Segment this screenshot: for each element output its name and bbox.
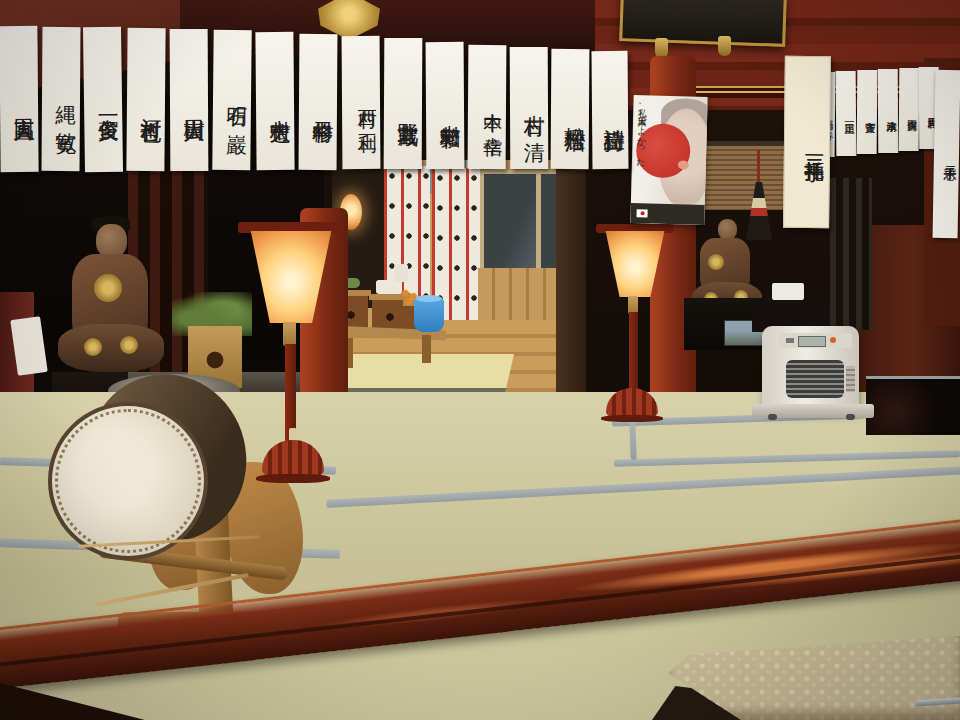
- heater-grille: [786, 360, 844, 398]
- donor-banner: 清水政幸: [878, 69, 899, 153]
- heater-side-vent: [846, 366, 855, 392]
- poster: 私、日本人でよかった。: [630, 95, 707, 225]
- donor-banner: 高田直人: [0, 26, 39, 172]
- donor-banner: 中村修二: [299, 34, 338, 170]
- window: [480, 170, 540, 274]
- shrine-plaque: [619, 0, 787, 47]
- offering-orange: [402, 290, 409, 297]
- poster-text: 私、日本人でよかった。: [633, 101, 649, 201]
- donor-banner: 吉田樹人: [170, 29, 209, 171]
- lantern-base-plate-left: [256, 474, 330, 483]
- plaque-gold-hook-icon: [655, 38, 668, 58]
- donor-banner: 縄 寛敏: [41, 27, 80, 171]
- donor-banner: 河村哲也: [126, 28, 165, 171]
- kerosene-fan-heater: [762, 326, 859, 412]
- donor-banner: 多賀守夫: [857, 70, 878, 154]
- donor-banner: 中村繁和: [426, 42, 465, 169]
- donor-banner: 中本 幸信: [468, 45, 507, 169]
- lantern-pole-right: [629, 312, 638, 394]
- dark-glass-window: [866, 376, 960, 435]
- donor-banner: 松村理治: [551, 49, 590, 169]
- dark-lattice-screen: [830, 178, 872, 330]
- donor-banner: 中村大造: [255, 32, 294, 170]
- donor-banner: 古村 清: [510, 47, 549, 169]
- bench-leg: [422, 335, 431, 363]
- lantern-neck-left: [283, 322, 296, 346]
- japan-flag-icon: [636, 209, 647, 217]
- shrine-hall-photo: 私、日本人でよかった。 高田直人 縄 寛敏 多賀俊一 河村哲也 吉田樹人 明石 …: [0, 0, 960, 720]
- heater-caster: [768, 414, 777, 420]
- donor-banner: 北野吉蔵: [384, 38, 423, 169]
- plaque-gold-hook-icon: [718, 36, 731, 56]
- donor-banner: 二木千恵子: [933, 70, 960, 238]
- offering-sake: [394, 264, 408, 282]
- heater-power-led: [830, 337, 836, 343]
- donor-banner: 足田正一: [836, 71, 857, 156]
- bamboo-blind: [700, 146, 790, 210]
- heater-caster: [846, 414, 855, 420]
- taiko-drum-head: [48, 402, 208, 560]
- donor-banner: 保田直房: [899, 68, 920, 151]
- donor-banner: 西村 正利: [342, 36, 381, 169]
- inner-room-doorway: [330, 158, 586, 432]
- donor-banner: 明石 巖: [212, 30, 251, 170]
- tissue-box: [772, 283, 804, 300]
- offering-rice: [376, 280, 402, 294]
- donor-banner: 詩丘樹持: [591, 51, 628, 169]
- donor-banner: 多賀俊一: [83, 27, 123, 173]
- lantern-base-plate-right: [601, 415, 663, 422]
- taiko-drum: [46, 380, 246, 575]
- offering-orange: [405, 298, 412, 305]
- heater-button: [786, 338, 794, 343]
- blue-bucket: [414, 298, 444, 332]
- heater-display: [798, 336, 826, 347]
- blind-tassel-cord: [757, 150, 760, 184]
- worship-etiquette-sign: 二礼二拍手一拝: [783, 56, 831, 228]
- guardian-statue-left: [58, 216, 164, 381]
